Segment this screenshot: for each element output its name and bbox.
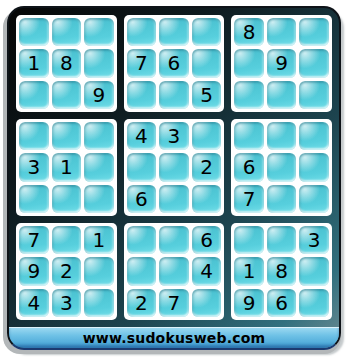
- cell-r9c9[interactable]: [299, 289, 329, 317]
- block-3-2: 6427: [124, 223, 225, 320]
- cell-r2c7[interactable]: [234, 49, 264, 77]
- cell-r4c8[interactable]: [267, 122, 297, 150]
- cell-r4c9[interactable]: [299, 122, 329, 150]
- block-1-1: 189: [16, 15, 117, 112]
- cell-r2c2: 8: [52, 49, 82, 77]
- cell-r9c1: 4: [19, 289, 49, 317]
- cell-r9c4: 2: [127, 289, 157, 317]
- cell-r5c6: 2: [192, 153, 222, 181]
- block-2-2: 4326: [124, 119, 225, 216]
- block-3-3: 31896: [231, 223, 332, 320]
- sudoku-grid: 1897658931432667719243642731896: [9, 8, 339, 327]
- cell-r3c6: 5: [192, 81, 222, 109]
- cell-r8c4[interactable]: [127, 257, 157, 285]
- cell-r5c8[interactable]: [267, 153, 297, 181]
- cell-r2c1: 1: [19, 49, 49, 77]
- block-2-1: 31: [16, 119, 117, 216]
- cell-r8c7: 1: [234, 257, 264, 285]
- cell-r3c3: 9: [84, 81, 114, 109]
- page: 1897658931432667719243642731896 www.sudo…: [0, 0, 350, 360]
- cell-r6c1[interactable]: [19, 185, 49, 213]
- cell-r1c4[interactable]: [127, 18, 157, 46]
- cell-r7c1: 7: [19, 226, 49, 254]
- cell-r5c9[interactable]: [299, 153, 329, 181]
- cell-r7c8[interactable]: [267, 226, 297, 254]
- cell-r5c2: 1: [52, 153, 82, 181]
- cell-r4c4: 4: [127, 122, 157, 150]
- cell-r4c6[interactable]: [192, 122, 222, 150]
- site-banner: www.sudokusweb.com: [9, 327, 339, 348]
- cell-r1c1[interactable]: [19, 18, 49, 46]
- cell-r6c5[interactable]: [159, 185, 189, 213]
- cell-r5c7: 6: [234, 153, 264, 181]
- cell-r8c1: 9: [19, 257, 49, 285]
- site-url-link[interactable]: www.sudokusweb.com: [83, 330, 266, 346]
- cell-r7c4[interactable]: [127, 226, 157, 254]
- cell-r3c1[interactable]: [19, 81, 49, 109]
- cell-r1c2[interactable]: [52, 18, 82, 46]
- cell-r1c5[interactable]: [159, 18, 189, 46]
- cell-r4c2[interactable]: [52, 122, 82, 150]
- cell-r6c9[interactable]: [299, 185, 329, 213]
- cell-r6c3[interactable]: [84, 185, 114, 213]
- cell-r5c3[interactable]: [84, 153, 114, 181]
- cell-r3c2[interactable]: [52, 81, 82, 109]
- cell-r5c5[interactable]: [159, 153, 189, 181]
- cell-r7c6: 6: [192, 226, 222, 254]
- cell-r7c5[interactable]: [159, 226, 189, 254]
- cell-r2c9[interactable]: [299, 49, 329, 77]
- cell-r7c3: 1: [84, 226, 114, 254]
- cell-r4c1[interactable]: [19, 122, 49, 150]
- cell-r8c5[interactable]: [159, 257, 189, 285]
- cell-r4c3[interactable]: [84, 122, 114, 150]
- cell-r1c8[interactable]: [267, 18, 297, 46]
- cell-r3c5[interactable]: [159, 81, 189, 109]
- cell-r9c7: 9: [234, 289, 264, 317]
- block-2-3: 67: [231, 119, 332, 216]
- cell-r6c4: 6: [127, 185, 157, 213]
- cell-r2c8: 9: [267, 49, 297, 77]
- cell-r2c4: 7: [127, 49, 157, 77]
- cell-r6c2[interactable]: [52, 185, 82, 213]
- cell-r7c2[interactable]: [52, 226, 82, 254]
- cell-r5c1: 3: [19, 153, 49, 181]
- cell-r5c4[interactable]: [127, 153, 157, 181]
- cell-r8c8: 8: [267, 257, 297, 285]
- cell-r4c7[interactable]: [234, 122, 264, 150]
- cell-r6c7: 7: [234, 185, 264, 213]
- cell-r2c6[interactable]: [192, 49, 222, 77]
- cell-r8c6: 4: [192, 257, 222, 285]
- cell-r1c9[interactable]: [299, 18, 329, 46]
- cell-r9c3[interactable]: [84, 289, 114, 317]
- block-3-1: 719243: [16, 223, 117, 320]
- cell-r8c3[interactable]: [84, 257, 114, 285]
- cell-r6c8[interactable]: [267, 185, 297, 213]
- cell-r6c6[interactable]: [192, 185, 222, 213]
- cell-r2c3[interactable]: [84, 49, 114, 77]
- cell-r8c2: 2: [52, 257, 82, 285]
- cell-r9c5: 7: [159, 289, 189, 317]
- cell-r3c4[interactable]: [127, 81, 157, 109]
- cell-r9c8: 6: [267, 289, 297, 317]
- cell-r4c5: 3: [159, 122, 189, 150]
- cell-r1c7: 8: [234, 18, 264, 46]
- block-1-3: 89: [231, 15, 332, 112]
- cell-r3c8[interactable]: [267, 81, 297, 109]
- sudoku-board: 1897658931432667719243642731896 www.sudo…: [7, 6, 341, 350]
- cell-r9c2: 3: [52, 289, 82, 317]
- cell-r2c5: 6: [159, 49, 189, 77]
- cell-r8c9[interactable]: [299, 257, 329, 285]
- cell-r3c9[interactable]: [299, 81, 329, 109]
- cell-r1c6[interactable]: [192, 18, 222, 46]
- block-1-2: 765: [124, 15, 225, 112]
- cell-r1c3[interactable]: [84, 18, 114, 46]
- cell-r3c7[interactable]: [234, 81, 264, 109]
- cell-r9c6[interactable]: [192, 289, 222, 317]
- cell-r7c7[interactable]: [234, 226, 264, 254]
- cell-r7c9: 3: [299, 226, 329, 254]
